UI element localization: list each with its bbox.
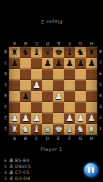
coord-label: 7 (98, 57, 103, 68)
square-e5[interactable] (53, 80, 64, 91)
square-b2[interactable]: ♟ (20, 113, 31, 124)
square-f1[interactable]: ♝ (64, 124, 75, 135)
black-pawn: ♟ (20, 91, 31, 102)
square-f6[interactable] (64, 69, 75, 80)
black-king: ♚ (53, 47, 64, 58)
coord-label: A (9, 136, 20, 142)
black-pawn: ♟ (86, 58, 97, 69)
pause-button[interactable] (83, 162, 99, 178)
square-d3[interactable] (42, 102, 53, 113)
black-knight: ♞ (20, 47, 31, 58)
square-b3[interactable] (20, 102, 31, 113)
square-a3[interactable] (9, 102, 20, 113)
square-c8[interactable]: ♝ (31, 47, 42, 58)
square-g4[interactable] (75, 91, 86, 102)
square-f7[interactable]: ♟ (64, 58, 75, 69)
move-text: B5-B4 (15, 158, 29, 163)
square-e1[interactable]: ♚ (53, 124, 64, 135)
white-pawn: ♟ (86, 113, 97, 124)
black-rook: ♜ (86, 47, 97, 58)
white-pawn: ♟ (31, 113, 42, 124)
square-f2[interactable]: ♟ (64, 113, 75, 124)
square-b1[interactable]: ♞ (20, 124, 31, 135)
square-b5[interactable] (20, 80, 31, 91)
coord-label: 6 (98, 68, 103, 79)
square-c7[interactable] (31, 58, 42, 69)
square-f4[interactable] (64, 91, 75, 102)
black-bishop: ♝ (64, 47, 75, 58)
square-h5[interactable] (86, 80, 97, 91)
white-pawn: ♟ (20, 113, 31, 124)
square-d7[interactable]: ♟ (42, 58, 53, 69)
square-c4[interactable] (31, 91, 42, 102)
square-c5[interactable]: ♟ (31, 80, 42, 91)
square-h1[interactable]: ♜ (86, 124, 97, 135)
square-g8[interactable]: ♞ (75, 47, 86, 58)
coord-label: H (86, 136, 97, 142)
coord-label: F (64, 136, 75, 142)
square-e8[interactable]: ♚ (53, 47, 64, 58)
square-e7[interactable]: ♟ (53, 58, 64, 69)
black-pawn: ♟ (64, 58, 75, 69)
white-rook: ♜ (86, 124, 97, 135)
move-list[interactable]: 6♟B5-B45♙D4xC54♟C7-C53♙D2-D4 (4, 157, 56, 181)
square-a1[interactable]: ♜ (9, 124, 20, 135)
white-bishop: ♝ (31, 124, 42, 135)
square-b8[interactable]: ♞ (20, 47, 31, 58)
coord-label: E (53, 136, 64, 142)
coord-label: 3 (98, 101, 103, 112)
white-bishop: ♝ (64, 124, 75, 135)
pause-icon (84, 163, 98, 177)
move-row: 3♙D2-D4 (4, 175, 56, 181)
black-bishop: ♝ (31, 47, 42, 58)
square-d8[interactable]: ♛ (42, 47, 53, 58)
coord-label: G (75, 136, 86, 142)
move-text: C7-C5 (15, 170, 30, 175)
square-h7[interactable]: ♟ (86, 58, 97, 69)
square-h6[interactable] (86, 69, 97, 80)
square-a8[interactable]: ♜ (9, 47, 20, 58)
black-pawn: ♟ (53, 58, 64, 69)
black-pawn: ♟ (42, 58, 53, 69)
square-a4[interactable] (9, 91, 20, 102)
square-b6[interactable] (20, 69, 31, 80)
move-text: D4xC5 (15, 164, 31, 169)
square-e3[interactable] (53, 102, 64, 113)
white-pawn: ♟ (75, 113, 86, 124)
coord-label: B (20, 136, 31, 142)
white-king: ♚ (53, 124, 64, 135)
coord-label: 8 (98, 46, 103, 57)
square-g5[interactable] (75, 80, 86, 91)
move-text: D2-D4 (15, 176, 30, 181)
white-knight: ♞ (20, 124, 31, 135)
white-queen: ♛ (42, 124, 53, 135)
square-h3[interactable] (86, 102, 97, 113)
square-d2[interactable] (42, 113, 53, 124)
square-c2[interactable]: ♟ (31, 113, 42, 124)
white-pawn: ♟ (31, 80, 42, 91)
coord-label: 5 (98, 79, 103, 90)
black-pawn: ♟ (75, 58, 86, 69)
white-pawn: ♟ (9, 113, 20, 124)
square-d1[interactable]: ♛ (42, 124, 53, 135)
coord-label: 1 (98, 123, 103, 134)
white-pawn: ♟ (64, 113, 75, 124)
square-d4[interactable] (42, 91, 53, 102)
square-g7[interactable]: ♟ (75, 58, 86, 69)
square-a5[interactable] (9, 80, 20, 91)
black-queen: ♛ (42, 47, 53, 58)
square-c6[interactable] (31, 69, 42, 80)
file-labels-bottom: ABCDEFGH (9, 136, 103, 142)
coord-label: C (31, 136, 42, 142)
square-h2[interactable]: ♟ (86, 113, 97, 124)
square-g6[interactable] (75, 69, 86, 80)
white-rook: ♜ (9, 124, 20, 135)
square-d5[interactable] (42, 80, 53, 91)
square-a7[interactable]: ♟ (9, 58, 20, 69)
square-f5[interactable] (64, 80, 75, 91)
square-d6[interactable] (42, 69, 53, 80)
square-a2[interactable]: ♟ (9, 113, 20, 124)
black-knight: ♞ (75, 47, 86, 58)
square-f3[interactable] (64, 102, 75, 113)
square-e2[interactable] (53, 113, 64, 124)
square-b4[interactable]: ♟ (20, 91, 31, 102)
square-h8[interactable]: ♜ (86, 47, 97, 58)
coord-label: 2 (98, 112, 103, 123)
square-c3[interactable] (31, 102, 42, 113)
chess-board: ABCDEFGH 87654321 ♜♞♝♛♚♝♞♜♟♟♟♟♟♟♟♟♟♟♟♟♟♟… (3, 40, 103, 142)
black-pawn: ♟ (9, 58, 20, 69)
coord-label: D (42, 136, 53, 142)
white-knight: ♞ (75, 124, 86, 135)
player2-label: Player 2 (0, 19, 103, 25)
square-g2[interactable]: ♟ (75, 113, 86, 124)
square-e6[interactable] (53, 69, 64, 80)
square-b7[interactable] (20, 58, 31, 69)
square-g1[interactable]: ♞ (75, 124, 86, 135)
white-pawn: ♟ (53, 91, 64, 102)
square-a6[interactable] (9, 69, 20, 80)
rank-labels-right: 87654321 (98, 46, 103, 136)
square-h4[interactable] (86, 91, 97, 102)
board-grid: ♜♞♝♛♚♝♞♜♟♟♟♟♟♟♟♟♟♟♟♟♟♟♟♜♞♝♛♚♝♞♜ (8, 46, 98, 136)
square-e4[interactable]: ♟ (53, 91, 64, 102)
square-c1[interactable]: ♝ (31, 124, 42, 135)
square-g3[interactable] (75, 102, 86, 113)
player1-label: Player 1 (0, 146, 103, 152)
coord-label: 4 (98, 90, 103, 101)
black-rook: ♜ (9, 47, 20, 58)
square-f8[interactable]: ♝ (64, 47, 75, 58)
